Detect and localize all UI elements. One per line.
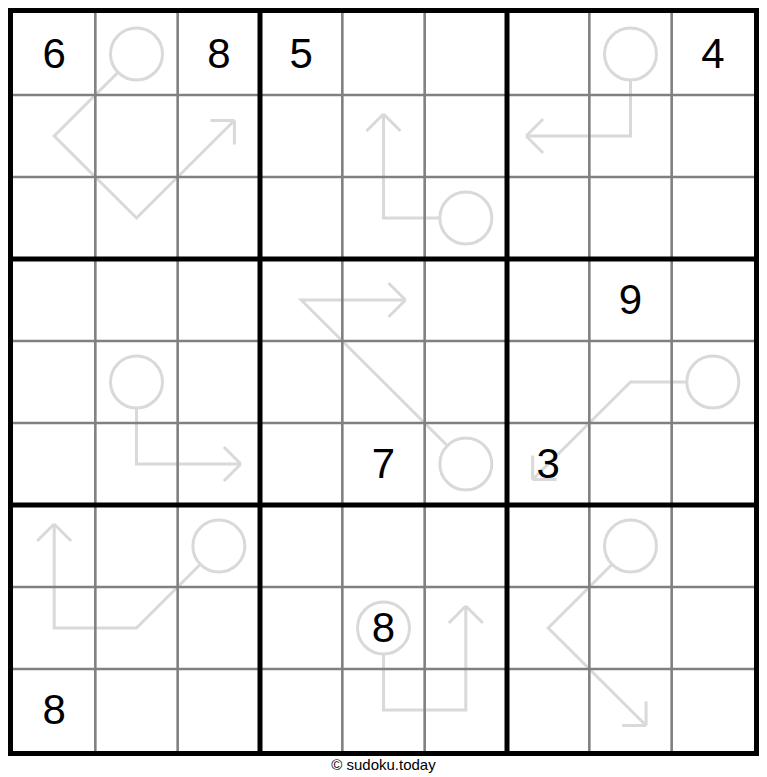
cell-r9c6[interactable] [425, 669, 507, 751]
cell-r1c4[interactable]: 5 [260, 13, 342, 95]
cell-r4c3[interactable] [178, 259, 260, 341]
cell-r7c7[interactable] [507, 505, 589, 587]
cell-r1c8[interactable] [589, 13, 671, 95]
cell-r7c9[interactable] [672, 505, 754, 587]
cell-r8c8[interactable] [589, 587, 671, 669]
cell-r9c9[interactable] [672, 669, 754, 751]
cell-r3c8[interactable] [589, 177, 671, 259]
cell-r3c3[interactable] [178, 177, 260, 259]
given-digit-r8c5: 8 [372, 607, 395, 649]
cell-r7c1[interactable] [13, 505, 95, 587]
copyright-text: © sudoku.today [8, 756, 759, 773]
cell-r3c6[interactable] [425, 177, 507, 259]
sudoku-board: 685497388 [8, 8, 759, 756]
cell-r9c1[interactable]: 8 [13, 669, 95, 751]
cell-r5c8[interactable] [589, 341, 671, 423]
cell-r1c3[interactable]: 8 [178, 13, 260, 95]
cell-r4c7[interactable] [507, 259, 589, 341]
cell-r6c6[interactable] [425, 423, 507, 505]
cell-r8c2[interactable] [95, 587, 177, 669]
cell-r4c4[interactable] [260, 259, 342, 341]
cell-r2c7[interactable] [507, 95, 589, 177]
cell-r9c4[interactable] [260, 669, 342, 751]
cell-r5c5[interactable] [342, 341, 424, 423]
cell-r9c3[interactable] [178, 669, 260, 751]
cell-r1c2[interactable] [95, 13, 177, 95]
cell-r9c2[interactable] [95, 669, 177, 751]
cell-r3c9[interactable] [672, 177, 754, 259]
cell-r3c7[interactable] [507, 177, 589, 259]
cell-r1c6[interactable] [425, 13, 507, 95]
cell-r8c9[interactable] [672, 587, 754, 669]
cell-r6c3[interactable] [178, 423, 260, 505]
cell-r6c1[interactable] [13, 423, 95, 505]
cell-r2c8[interactable] [589, 95, 671, 177]
cell-r5c2[interactable] [95, 341, 177, 423]
cell-r8c4[interactable] [260, 587, 342, 669]
given-digit-r1c1: 6 [42, 33, 65, 75]
cell-r7c3[interactable] [178, 505, 260, 587]
cell-r8c1[interactable] [13, 587, 95, 669]
cell-r9c8[interactable] [589, 669, 671, 751]
cell-r4c6[interactable] [425, 259, 507, 341]
cell-r3c2[interactable] [95, 177, 177, 259]
cell-r2c1[interactable] [13, 95, 95, 177]
cell-r2c5[interactable] [342, 95, 424, 177]
cell-r5c7[interactable] [507, 341, 589, 423]
cell-r8c3[interactable] [178, 587, 260, 669]
cell-r4c8[interactable]: 9 [589, 259, 671, 341]
cell-r4c9[interactable] [672, 259, 754, 341]
cell-r4c5[interactable] [342, 259, 424, 341]
cell-r7c8[interactable] [589, 505, 671, 587]
cell-r7c4[interactable] [260, 505, 342, 587]
cell-r3c1[interactable] [13, 177, 95, 259]
cell-r6c7[interactable]: 3 [507, 423, 589, 505]
cell-r1c5[interactable] [342, 13, 424, 95]
given-digit-r4c8: 9 [619, 279, 642, 321]
sudoku-grid: 685497388 [13, 13, 754, 751]
cell-r7c6[interactable] [425, 505, 507, 587]
given-digit-r1c9: 4 [701, 33, 724, 75]
cell-r6c5[interactable]: 7 [342, 423, 424, 505]
cell-r9c5[interactable] [342, 669, 424, 751]
cell-r3c4[interactable] [260, 177, 342, 259]
given-digit-r1c4: 5 [289, 33, 312, 75]
cell-r8c5[interactable]: 8 [342, 587, 424, 669]
cell-r2c3[interactable] [178, 95, 260, 177]
cell-r5c3[interactable] [178, 341, 260, 423]
cell-r2c9[interactable] [672, 95, 754, 177]
cell-r2c6[interactable] [425, 95, 507, 177]
cell-r6c4[interactable] [260, 423, 342, 505]
cell-r5c4[interactable] [260, 341, 342, 423]
given-digit-r1c3: 8 [207, 33, 230, 75]
cell-r3c5[interactable] [342, 177, 424, 259]
cell-r5c6[interactable] [425, 341, 507, 423]
given-digit-r6c7: 3 [536, 443, 559, 485]
cell-r4c1[interactable] [13, 259, 95, 341]
cell-r5c1[interactable] [13, 341, 95, 423]
cell-r6c2[interactable] [95, 423, 177, 505]
cell-r6c9[interactable] [672, 423, 754, 505]
cell-r2c4[interactable] [260, 95, 342, 177]
cell-r5c9[interactable] [672, 341, 754, 423]
cell-r8c6[interactable] [425, 587, 507, 669]
cell-r9c7[interactable] [507, 669, 589, 751]
cell-r1c9[interactable]: 4 [672, 13, 754, 95]
cell-r1c1[interactable]: 6 [13, 13, 95, 95]
given-digit-r6c5: 7 [372, 443, 395, 485]
cell-r7c5[interactable] [342, 505, 424, 587]
cell-r2c2[interactable] [95, 95, 177, 177]
cell-r4c2[interactable] [95, 259, 177, 341]
cell-r8c7[interactable] [507, 587, 589, 669]
cell-r7c2[interactable] [95, 505, 177, 587]
cell-r6c8[interactable] [589, 423, 671, 505]
given-digit-r9c1: 8 [42, 689, 65, 731]
cell-r1c7[interactable] [507, 13, 589, 95]
